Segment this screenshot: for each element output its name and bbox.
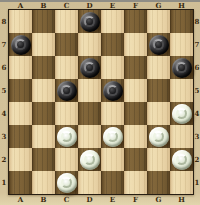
rank-label-6-right: 6 <box>193 56 200 79</box>
square-d5[interactable] <box>78 79 101 102</box>
file-label-e-bottom: E <box>101 195 124 204</box>
rank-label-4-left: 4 <box>0 102 8 125</box>
square-d1[interactable] <box>78 171 101 194</box>
rank-label-2-left: 2 <box>0 148 8 171</box>
black-man-a7[interactable] <box>11 35 31 55</box>
square-f8[interactable] <box>124 10 147 33</box>
piece-ring <box>176 62 187 73</box>
file-label-h-bottom: H <box>170 195 193 204</box>
square-h4[interactable] <box>170 102 193 125</box>
square-c3[interactable] <box>55 125 78 148</box>
black-man-d8[interactable] <box>80 12 100 32</box>
square-f4[interactable] <box>124 102 147 125</box>
square-a1[interactable] <box>9 171 32 194</box>
piece-ring <box>15 39 26 50</box>
square-g1[interactable] <box>147 171 170 194</box>
square-g5[interactable] <box>147 79 170 102</box>
square-e4[interactable] <box>101 102 124 125</box>
file-label-f-bottom: F <box>124 195 147 204</box>
square-c7[interactable] <box>55 33 78 56</box>
rank-label-6-left: 6 <box>0 56 8 79</box>
board <box>8 9 194 195</box>
square-f1[interactable] <box>124 171 147 194</box>
checkers-app-window: ABCDEFGH 87654321 87654321 ABCDEFGH <box>0 0 200 205</box>
square-f6[interactable] <box>124 56 147 79</box>
file-label-d-bottom: D <box>78 195 101 204</box>
square-g8[interactable] <box>147 10 170 33</box>
black-man-h6[interactable] <box>172 58 192 78</box>
white-man-g3[interactable] <box>149 127 169 147</box>
square-c5[interactable] <box>55 79 78 102</box>
square-f5[interactable] <box>124 79 147 102</box>
rank-label-1-right: 1 <box>193 171 200 194</box>
square-f2[interactable] <box>124 148 147 171</box>
square-e5[interactable] <box>101 79 124 102</box>
white-man-e3[interactable] <box>103 127 123 147</box>
square-c8[interactable] <box>55 10 78 33</box>
rank-label-8-left: 8 <box>0 10 8 33</box>
square-g3[interactable] <box>147 125 170 148</box>
piece-ring <box>107 131 118 142</box>
black-man-e5[interactable] <box>103 81 123 101</box>
square-f3[interactable] <box>124 125 147 148</box>
white-man-h2[interactable] <box>172 150 192 170</box>
piece-ring <box>84 16 95 27</box>
square-d7[interactable] <box>78 33 101 56</box>
square-e7[interactable] <box>101 33 124 56</box>
rank-label-4-right: 4 <box>193 102 200 125</box>
square-a6[interactable] <box>9 56 32 79</box>
square-a8[interactable] <box>9 10 32 33</box>
square-e3[interactable] <box>101 125 124 148</box>
rank-label-8-right: 8 <box>193 10 200 33</box>
square-b8[interactable] <box>32 10 55 33</box>
piece-ring <box>176 154 187 165</box>
square-b2[interactable] <box>32 148 55 171</box>
square-e1[interactable] <box>101 171 124 194</box>
black-man-c5[interactable] <box>57 81 77 101</box>
square-c4[interactable] <box>55 102 78 125</box>
piece-ring <box>176 108 187 119</box>
square-a2[interactable] <box>9 148 32 171</box>
square-b7[interactable] <box>32 33 55 56</box>
piece-ring <box>61 131 72 142</box>
square-a3[interactable] <box>9 125 32 148</box>
square-g7[interactable] <box>147 33 170 56</box>
rank-labels-left: 87654321 <box>0 10 8 194</box>
black-man-g7[interactable] <box>149 35 169 55</box>
square-a7[interactable] <box>9 33 32 56</box>
square-e6[interactable] <box>101 56 124 79</box>
square-c1[interactable] <box>55 171 78 194</box>
file-label-a-bottom: A <box>9 195 32 204</box>
square-b6[interactable] <box>32 56 55 79</box>
rank-label-5-right: 5 <box>193 79 200 102</box>
square-d3[interactable] <box>78 125 101 148</box>
square-h2[interactable] <box>170 148 193 171</box>
square-h8[interactable] <box>170 10 193 33</box>
rank-label-5-left: 5 <box>0 79 8 102</box>
square-b3[interactable] <box>32 125 55 148</box>
square-d4[interactable] <box>78 102 101 125</box>
square-d2[interactable] <box>78 148 101 171</box>
piece-ring <box>61 85 72 96</box>
square-b5[interactable] <box>32 79 55 102</box>
square-h7[interactable] <box>170 33 193 56</box>
piece-ring <box>61 177 72 188</box>
white-man-c3[interactable] <box>57 127 77 147</box>
square-c2[interactable] <box>55 148 78 171</box>
square-c6[interactable] <box>55 56 78 79</box>
square-a4[interactable] <box>9 102 32 125</box>
square-b1[interactable] <box>32 171 55 194</box>
file-label-c-bottom: C <box>55 195 78 204</box>
square-d6[interactable] <box>78 56 101 79</box>
piece-ring <box>153 131 164 142</box>
rank-label-3-right: 3 <box>193 125 200 148</box>
square-g6[interactable] <box>147 56 170 79</box>
square-a5[interactable] <box>9 79 32 102</box>
rank-label-7-left: 7 <box>0 33 8 56</box>
rank-label-3-left: 3 <box>0 125 8 148</box>
rank-label-2-right: 2 <box>193 148 200 171</box>
square-h6[interactable] <box>170 56 193 79</box>
square-g4[interactable] <box>147 102 170 125</box>
square-h3[interactable] <box>170 125 193 148</box>
square-h1[interactable] <box>170 171 193 194</box>
white-man-c1[interactable] <box>57 173 77 193</box>
piece-ring <box>107 85 118 96</box>
square-d8[interactable] <box>78 10 101 33</box>
square-g2[interactable] <box>147 148 170 171</box>
piece-ring <box>84 62 95 73</box>
file-labels-bottom: ABCDEFGH <box>9 195 193 204</box>
piece-ring <box>153 39 164 50</box>
square-e8[interactable] <box>101 10 124 33</box>
square-h5[interactable] <box>170 79 193 102</box>
black-man-d6[interactable] <box>80 58 100 78</box>
file-label-g-bottom: G <box>147 195 170 204</box>
white-man-d2[interactable] <box>80 150 100 170</box>
white-man-h4[interactable] <box>172 104 192 124</box>
rank-label-1-left: 1 <box>0 171 8 194</box>
rank-labels-right: 87654321 <box>193 10 200 194</box>
square-b4[interactable] <box>32 102 55 125</box>
piece-ring <box>84 154 95 165</box>
square-e2[interactable] <box>101 148 124 171</box>
square-f7[interactable] <box>124 33 147 56</box>
file-label-b-bottom: B <box>32 195 55 204</box>
rank-label-7-right: 7 <box>193 33 200 56</box>
